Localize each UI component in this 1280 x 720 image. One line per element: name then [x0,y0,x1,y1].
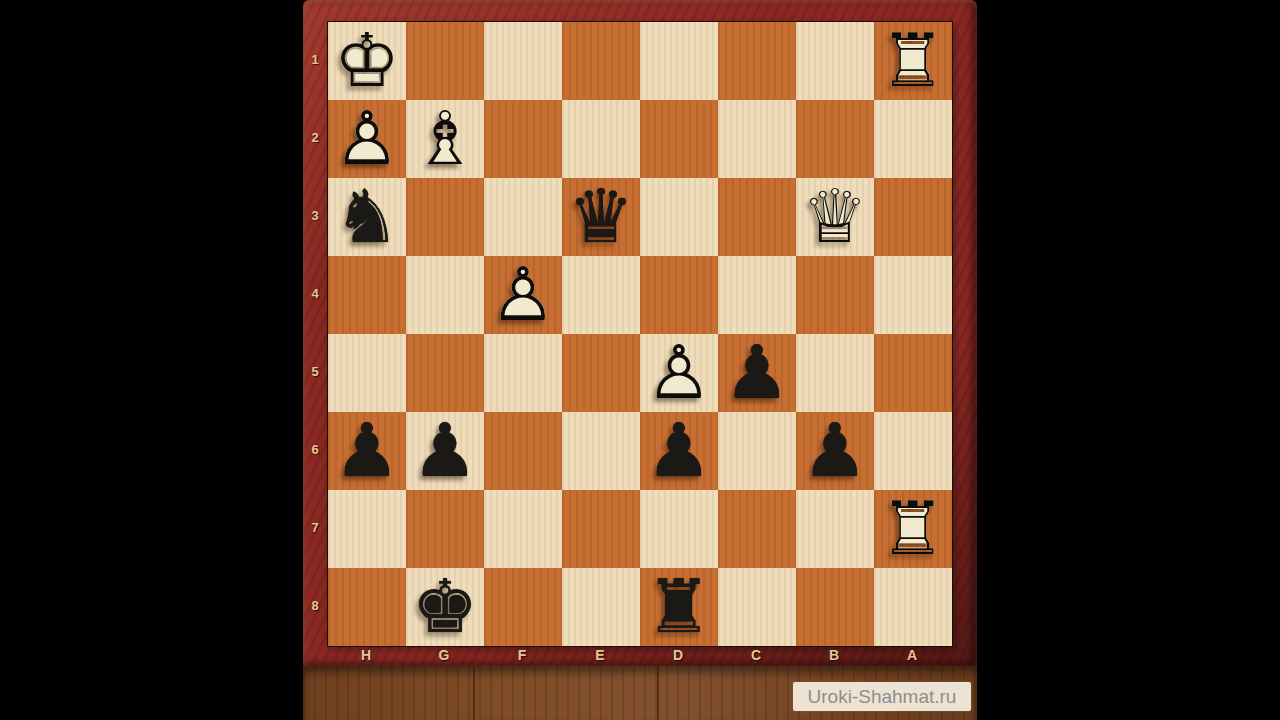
square-c2 [718,100,796,178]
square-c6 [718,412,796,490]
square-e1 [562,22,640,100]
rank-label-8: 8 [303,598,327,613]
rank-label-3: 3 [303,208,327,223]
rank-label-7: 7 [303,520,327,535]
square-b4 [796,256,874,334]
square-b2 [796,100,874,178]
square-f1 [484,22,562,100]
white-pawn: ♟♙ [640,334,718,412]
square-b6: ♟ [796,412,874,490]
rank-label-2: 2 [303,130,327,145]
white-rook: ♜♖ [874,490,952,568]
black-pawn: ♟ [640,412,718,490]
square-b8 [796,568,874,646]
chess-board-assembly: ♚♔♜♖♟♙♝♗♞♛♛♕♟♙♟♙♟♟♟♟♟♜♖♚♜ 12345678 HGFED… [303,0,977,720]
watermark-badge: Uroki-Shahmat.ru [793,682,971,711]
square-d5: ♟♙ [640,334,718,412]
white-king: ♚♔ [328,22,406,100]
square-h3: ♞ [328,178,406,256]
square-h2: ♟♙ [328,100,406,178]
square-f7 [484,490,562,568]
file-label-c: C [717,645,795,666]
square-d2 [640,100,718,178]
square-g6: ♟ [406,412,484,490]
square-c7 [718,490,796,568]
file-label-d: D [639,645,717,666]
square-d3 [640,178,718,256]
square-b7 [796,490,874,568]
file-label-b: B [795,645,873,666]
white-pawn: ♟♙ [484,256,562,334]
white-queen: ♛♕ [796,178,874,256]
square-g5 [406,334,484,412]
rank-label-6: 6 [303,442,327,457]
square-a3 [874,178,952,256]
square-a1: ♜♖ [874,22,952,100]
wood-seam [473,666,475,720]
square-e3: ♛ [562,178,640,256]
square-g7 [406,490,484,568]
square-e8 [562,568,640,646]
video-frame: ♚♔♜♖♟♙♝♗♞♛♛♕♟♙♟♙♟♟♟♟♟♜♖♚♜ 12345678 HGFED… [0,0,1280,720]
square-e4 [562,256,640,334]
square-f8 [484,568,562,646]
square-h8 [328,568,406,646]
square-e2 [562,100,640,178]
square-h6: ♟ [328,412,406,490]
square-h7 [328,490,406,568]
square-g8: ♚ [406,568,484,646]
rank-label-1: 1 [303,52,327,67]
square-d4 [640,256,718,334]
black-knight: ♞ [328,178,406,256]
rank-label-5: 5 [303,364,327,379]
square-f3 [484,178,562,256]
square-a6 [874,412,952,490]
black-pawn: ♟ [718,334,796,412]
black-rook: ♜ [640,568,718,646]
file-label-a: A [873,645,951,666]
black-pawn: ♟ [328,412,406,490]
wood-seam [657,666,659,720]
square-b5 [796,334,874,412]
rank-label-4: 4 [303,286,327,301]
file-label-e: E [561,645,639,666]
square-c8 [718,568,796,646]
square-c5: ♟ [718,334,796,412]
square-c1 [718,22,796,100]
black-king: ♚ [406,568,484,646]
square-f2 [484,100,562,178]
square-e5 [562,334,640,412]
file-label-g: G [405,645,483,666]
square-f5 [484,334,562,412]
black-pawn: ♟ [406,412,484,490]
square-g3 [406,178,484,256]
square-f6 [484,412,562,490]
square-c4 [718,256,796,334]
square-g4 [406,256,484,334]
square-a4 [874,256,952,334]
black-pawn: ♟ [796,412,874,490]
square-g2: ♝♗ [406,100,484,178]
square-a2 [874,100,952,178]
square-c3 [718,178,796,256]
square-d6: ♟ [640,412,718,490]
square-h4 [328,256,406,334]
square-g1 [406,22,484,100]
square-a5 [874,334,952,412]
file-label-f: F [483,645,561,666]
square-f4: ♟♙ [484,256,562,334]
square-b1 [796,22,874,100]
white-bishop: ♝♗ [406,100,484,178]
square-h1: ♚♔ [328,22,406,100]
square-d7 [640,490,718,568]
square-d1 [640,22,718,100]
square-a7: ♜♖ [874,490,952,568]
square-d8: ♜ [640,568,718,646]
white-rook: ♜♖ [874,22,952,100]
square-a8 [874,568,952,646]
black-queen: ♛ [562,178,640,256]
square-e7 [562,490,640,568]
square-b3: ♛♕ [796,178,874,256]
file-label-h: H [327,645,405,666]
board-grid: ♚♔♜♖♟♙♝♗♞♛♛♕♟♙♟♙♟♟♟♟♟♜♖♚♜ [327,21,953,647]
square-e6 [562,412,640,490]
white-pawn: ♟♙ [328,100,406,178]
square-h5 [328,334,406,412]
